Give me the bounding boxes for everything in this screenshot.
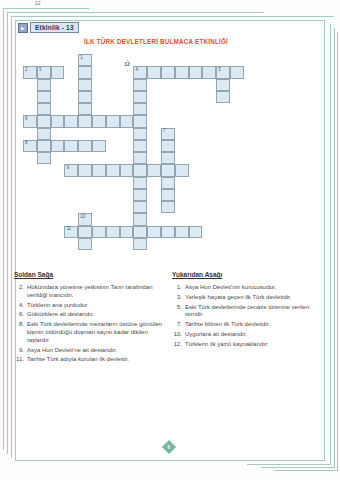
crossword-cell[interactable]	[133, 177, 147, 189]
crossword-cell[interactable]	[120, 164, 134, 176]
crossword-cell[interactable]	[92, 226, 106, 238]
crossword-cell[interactable]	[147, 226, 161, 238]
cell-number: 1	[80, 56, 83, 61]
crossword-cell[interactable]: 11	[64, 226, 78, 238]
crossword-cell[interactable]	[133, 201, 147, 213]
crossword-cell[interactable]	[64, 140, 78, 152]
crossword-cell[interactable]	[216, 91, 230, 103]
crossword-cell[interactable]	[161, 140, 175, 152]
crossword-cell[interactable]	[78, 91, 92, 103]
cell-number: 4	[135, 68, 138, 73]
clue-number: 12.	[172, 341, 182, 349]
crossword-cell[interactable]	[161, 164, 175, 176]
crossword-cell[interactable]	[175, 66, 189, 78]
crossword-cell[interactable]	[147, 164, 161, 176]
crossword-cell[interactable]	[51, 66, 65, 78]
clue-number: 10.	[172, 331, 182, 339]
crossword-cell[interactable]	[202, 66, 216, 78]
crossword-cell[interactable]	[64, 115, 78, 127]
crossword-cell[interactable]	[37, 140, 51, 152]
play-icon: ▶	[18, 23, 28, 33]
crossword-cell[interactable]	[78, 164, 92, 176]
marker-12: → 12 ↓	[121, 57, 133, 73]
cell-number: 7	[163, 129, 166, 134]
footer-diamond-number: 6	[168, 444, 171, 449]
crossword-cell[interactable]: 7	[161, 128, 175, 140]
across-clues-title: Soldan Sağa	[14, 271, 164, 278]
crossword-cell[interactable]	[92, 140, 106, 152]
clue-item: 12.Türklerin ilk yazılı kaynaklarıdır.	[172, 341, 326, 349]
crossword-cell[interactable]: 3	[37, 66, 51, 78]
crossword-cell[interactable]	[133, 226, 147, 238]
crossword-cell[interactable]	[92, 164, 106, 176]
crossword-cell[interactable]: 8	[23, 140, 37, 152]
crossword-cell[interactable]	[133, 238, 147, 250]
crossword-cell[interactable]: 1	[78, 54, 92, 66]
crossword-cell[interactable]	[51, 140, 65, 152]
crossword-cell[interactable]	[37, 103, 51, 115]
clue-number: 3.	[172, 294, 182, 302]
crossword-cell[interactable]: 5	[216, 66, 230, 78]
crossword-cell[interactable]	[78, 238, 92, 250]
crossword-cell[interactable]: 9	[64, 164, 78, 176]
clue-text: Yerleşik hayata geçen ilk Türk devletidi…	[185, 294, 326, 302]
crossword-cell[interactable]: 6	[23, 115, 37, 127]
crossword-cell[interactable]	[37, 128, 51, 140]
crossword-cell[interactable]	[133, 79, 147, 91]
crossword-cell[interactable]	[161, 177, 175, 189]
crossword-cell[interactable]	[78, 79, 92, 91]
crossword-cell[interactable]	[189, 226, 203, 238]
crossword-cell[interactable]	[120, 115, 134, 127]
crossword-cell[interactable]	[230, 66, 244, 78]
clue-number: 6.	[14, 311, 24, 319]
crossword-cell[interactable]	[78, 103, 92, 115]
clue-item: 2.Hükümdara yönetme yetkisinin Tanrı tar…	[14, 284, 164, 300]
crossword-cell[interactable]	[216, 79, 230, 91]
crossword-grid: → 12 ↓ 1234567891011	[23, 54, 244, 250]
crossword-cell[interactable]	[133, 91, 147, 103]
across-clues-list: 2.Hükümdara yönetme yetkisinin Tanrı tar…	[14, 284, 164, 364]
clue-item: 5.Eski Türk devletlerinde cenaze törenin…	[172, 304, 326, 320]
cell-number: 6	[25, 117, 28, 122]
worksheet-title: İLK TÜRK DEVLETLERİ BULMACA ETKİNLİĞİ	[84, 38, 228, 45]
across-clues: Soldan Sağa 2.Hükümdara yönetme yetkisin…	[14, 271, 172, 366]
clue-item: 9.Asya Hun Devleti'ne ait destandır.	[14, 347, 164, 355]
crossword-cell[interactable]	[37, 91, 51, 103]
crossword-cell[interactable]	[133, 140, 147, 152]
crossword-cell[interactable]	[161, 189, 175, 201]
clue-item: 3.Yerleşik hayata geçen ilk Türk devleti…	[172, 294, 326, 302]
clue-number: 7.	[172, 321, 182, 329]
clue-number: 1.	[172, 284, 182, 292]
crossword-cell[interactable]	[133, 213, 147, 225]
page-number: 12	[35, 0, 41, 6]
clues-section: Soldan Sağa 2.Hükümdara yönetme yetkisin…	[14, 271, 326, 366]
crossword-cell[interactable]	[161, 152, 175, 164]
clue-item: 1.Asya Hun Devleti'nin kurucusudur.	[172, 284, 326, 292]
clue-text: Tarihte Türk adıyla kurulan ilk devletti…	[27, 356, 164, 364]
crossword-cell[interactable]	[37, 79, 51, 91]
crossword-cell[interactable]: 4	[133, 66, 147, 78]
down-clues-title: Yukarıdan Aşağı	[172, 271, 326, 278]
cell-number: 8	[25, 141, 28, 146]
crossword-cell[interactable]	[106, 226, 120, 238]
cell-number: 2	[25, 68, 28, 73]
clue-number: 2.	[14, 284, 24, 300]
crossword-cell[interactable]	[133, 189, 147, 201]
crossword-cell[interactable]	[37, 152, 51, 164]
down-arrow-icon: ↓	[121, 68, 133, 73]
crossword-cell[interactable]	[161, 66, 175, 78]
clue-item: 6.Göktürklere ait destandır.	[14, 311, 164, 319]
clue-item: 4.Türklerin ana yurdudur.	[14, 302, 164, 310]
crossword-cell[interactable]	[78, 226, 92, 238]
crossword-cell[interactable]	[147, 66, 161, 78]
crossword-cell[interactable]	[92, 115, 106, 127]
clue-item: 8.Eski Türk devletlerinde mezarların üst…	[14, 321, 164, 344]
activity-badge-label: Etkinlik - 13	[30, 22, 79, 33]
crossword-cell[interactable]	[51, 115, 65, 127]
cell-number: 5	[218, 68, 221, 73]
crossword-cell[interactable]	[161, 226, 175, 238]
crossword-cell[interactable]	[189, 66, 203, 78]
down-clues: Yukarıdan Aşağı 1.Asya Hun Devleti'nin k…	[172, 271, 326, 366]
clue-number: 4.	[14, 302, 24, 310]
cell-number: 10	[80, 215, 85, 220]
clue-text: Hükümdara yönetme yetkisinin Tanrı taraf…	[27, 284, 164, 300]
cell-number: 9	[66, 166, 69, 171]
cell-number: 3	[39, 68, 42, 73]
crossword-cell[interactable]	[106, 115, 120, 127]
crossword-cell[interactable]	[78, 115, 92, 127]
crossword-cell[interactable]	[120, 226, 134, 238]
crossword-cell[interactable]	[133, 164, 147, 176]
down-clues-list: 1.Asya Hun Devleti'nin kurucusudur.3.Yer…	[172, 284, 326, 349]
clue-text: Uygurlara ait destandır.	[185, 331, 326, 339]
clue-text: Eski Türk devletlerinde cenaze törenine …	[185, 304, 326, 320]
clue-text: Asya Hun Devleti'ne ait destandır.	[27, 347, 164, 355]
activity-badge: ▶ Etkinlik - 13	[18, 22, 79, 33]
crossword-cell[interactable]: 10	[78, 213, 92, 225]
clue-text: Türklerin ilk yazılı kaynaklarıdır.	[185, 341, 326, 349]
clue-text: Göktürklere ait destandır.	[27, 311, 164, 319]
crossword-cell[interactable]	[78, 66, 92, 78]
crossword-cell[interactable]	[106, 164, 120, 176]
clue-number: 9.	[14, 347, 24, 355]
clue-number: 5.	[172, 304, 182, 320]
clue-text: Asya Hun Devleti'nin kurucusudur.	[185, 284, 326, 292]
crossword-cell[interactable]	[161, 201, 175, 213]
crossword-cell[interactable]	[133, 128, 147, 140]
clue-text: Tarihte bilinen ilk Türk devletidir.	[185, 321, 326, 329]
crossword-cell[interactable]	[133, 103, 147, 115]
crossword-cell[interactable]	[175, 226, 189, 238]
crossword-cell[interactable]	[133, 152, 147, 164]
crossword-cell[interactable]	[133, 115, 147, 127]
crossword-cell[interactable]: 2	[23, 66, 37, 78]
crossword-cell[interactable]	[37, 115, 51, 127]
clue-text: Eski Türk devletlerinde mezarların üstün…	[27, 321, 164, 344]
cell-number: 11	[66, 227, 71, 232]
clue-item: 7.Tarihte bilinen ilk Türk devletidir.	[172, 321, 326, 329]
crossword-cell[interactable]	[78, 140, 92, 152]
clue-number: 11.	[14, 356, 24, 364]
clue-item: 10.Uygurlara ait destandır.	[172, 331, 326, 339]
clue-text: Türklerin ana yurdudur.	[27, 302, 164, 310]
clue-number: 8.	[14, 321, 24, 344]
crossword-cell[interactable]	[175, 164, 189, 176]
clue-item: 11.Tarihte Türk adıyla kurulan ilk devle…	[14, 356, 164, 364]
